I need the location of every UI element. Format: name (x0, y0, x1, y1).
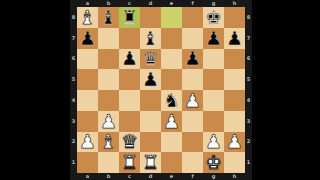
square-f6[interactable]: ♟ (182, 49, 203, 70)
piece-black-bishop[interactable]: ♝ (142, 28, 159, 47)
square-c4[interactable] (119, 90, 140, 111)
square-e3[interactable]: ♟ (161, 111, 182, 132)
file-label-e: e (161, 173, 182, 180)
square-e4[interactable]: ♞ (161, 90, 182, 111)
file-label-a: a (77, 173, 98, 180)
square-a7[interactable]: ♟ (77, 28, 98, 49)
rank-label-3: 3 (245, 111, 252, 132)
piece-white-rook[interactable]: ♜ (121, 153, 138, 172)
square-a3[interactable] (77, 111, 98, 132)
square-g3[interactable] (203, 111, 224, 132)
square-e7[interactable] (161, 28, 182, 49)
file-label-c: c (119, 0, 140, 7)
screenshot-stage: abcdefgh abcdefgh 87654321 87654321 ♝♝♜♚… (0, 0, 320, 180)
file-label-h: h (224, 0, 245, 7)
letterbox-left (0, 0, 70, 180)
piece-white-king[interactable]: ♚ (205, 153, 222, 172)
square-c2[interactable]: ♛ (119, 132, 140, 153)
rank-label-5: 5 (245, 69, 252, 90)
file-labels-bottom: abcdefgh (77, 173, 245, 180)
piece-black-pawn[interactable]: ♟ (226, 28, 243, 47)
square-b6[interactable] (98, 49, 119, 70)
piece-black-pawn[interactable]: ♟ (121, 49, 138, 68)
piece-black-queen[interactable]: ♛ (142, 49, 159, 68)
square-g2[interactable]: ♟ (203, 132, 224, 153)
square-d5[interactable]: ♟ (140, 69, 161, 90)
rank-label-6: 6 (70, 49, 77, 70)
square-f1[interactable] (182, 152, 203, 173)
square-a1[interactable] (77, 152, 98, 173)
piece-black-pawn[interactable]: ♟ (142, 70, 159, 89)
square-a4[interactable] (77, 90, 98, 111)
square-g8[interactable]: ♚ (203, 7, 224, 28)
rank-labels-left: 87654321 (70, 7, 77, 173)
rank-label-4: 4 (245, 90, 252, 111)
square-h1[interactable] (224, 152, 245, 173)
square-c1[interactable]: ♜ (119, 152, 140, 173)
square-e2[interactable] (161, 132, 182, 153)
square-a8[interactable]: ♝ (77, 7, 98, 28)
square-b2[interactable]: ♝ (98, 132, 119, 153)
rank-label-2: 2 (245, 132, 252, 153)
piece-white-pawn[interactable]: ♟ (226, 132, 243, 151)
rank-labels-right: 87654321 (245, 7, 252, 173)
file-labels-top: abcdefgh (77, 0, 245, 7)
square-b5[interactable] (98, 69, 119, 90)
square-c8[interactable]: ♜ (119, 7, 140, 28)
square-c3[interactable] (119, 111, 140, 132)
square-e5[interactable] (161, 69, 182, 90)
rank-label-8: 8 (70, 7, 77, 28)
piece-white-rook[interactable]: ♜ (142, 153, 159, 172)
square-b8[interactable]: ♝ (98, 7, 119, 28)
piece-black-rook[interactable]: ♜ (121, 7, 138, 26)
square-f3[interactable] (182, 111, 203, 132)
file-label-d: d (140, 173, 161, 180)
file-label-d: d (140, 0, 161, 7)
square-c7[interactable] (119, 28, 140, 49)
square-h4[interactable] (224, 90, 245, 111)
piece-white-bishop[interactable]: ♝ (79, 7, 96, 26)
square-d3[interactable] (140, 111, 161, 132)
rank-label-7: 7 (70, 28, 77, 49)
square-d4[interactable] (140, 90, 161, 111)
square-b4[interactable] (98, 90, 119, 111)
square-d7[interactable]: ♝ (140, 28, 161, 49)
piece-black-king[interactable]: ♚ (205, 7, 222, 26)
square-g7[interactable]: ♟ (203, 28, 224, 49)
square-h5[interactable] (224, 69, 245, 90)
rank-label-2: 2 (70, 132, 77, 153)
rank-label-6: 6 (245, 49, 252, 70)
square-b1[interactable] (98, 152, 119, 173)
piece-white-queen[interactable]: ♛ (121, 132, 138, 151)
letterbox-right (252, 0, 320, 180)
square-e6[interactable] (161, 49, 182, 70)
chess-board: abcdefgh abcdefgh 87654321 87654321 ♝♝♜♚… (70, 0, 252, 180)
file-label-g: g (203, 0, 224, 7)
square-a5[interactable] (77, 69, 98, 90)
rank-label-4: 4 (70, 90, 77, 111)
file-label-f: f (182, 173, 203, 180)
piece-black-knight[interactable]: ♞ (163, 90, 180, 109)
square-e8[interactable] (161, 7, 182, 28)
square-g6[interactable] (203, 49, 224, 70)
file-label-f: f (182, 0, 203, 7)
square-b3[interactable]: ♟ (98, 111, 119, 132)
square-b7[interactable] (98, 28, 119, 49)
piece-black-bishop[interactable]: ♝ (100, 7, 117, 26)
square-c6[interactable]: ♟ (119, 49, 140, 70)
file-label-a: a (77, 0, 98, 7)
square-f7[interactable] (182, 28, 203, 49)
square-a2[interactable]: ♟ (77, 132, 98, 153)
rank-label-8: 8 (245, 7, 252, 28)
rank-label-7: 7 (245, 28, 252, 49)
file-label-c: c (119, 173, 140, 180)
square-g5[interactable] (203, 69, 224, 90)
square-d1[interactable]: ♜ (140, 152, 161, 173)
piece-black-pawn[interactable]: ♟ (79, 28, 96, 47)
square-e1[interactable] (161, 152, 182, 173)
square-a6[interactable] (77, 49, 98, 70)
board-squares: ♝♝♜♚♟♝♟♟♟♛♟♟♞♟♟♟♟♝♛♟♟♜♜♚ (77, 7, 245, 173)
square-h2[interactable]: ♟ (224, 132, 245, 153)
file-label-g: g (203, 173, 224, 180)
square-f2[interactable] (182, 132, 203, 153)
square-f5[interactable] (182, 69, 203, 90)
square-d2[interactable] (140, 132, 161, 153)
square-h8[interactable] (224, 7, 245, 28)
piece-white-pawn[interactable]: ♟ (79, 132, 96, 151)
piece-white-pawn[interactable]: ♟ (184, 90, 201, 109)
square-g4[interactable] (203, 90, 224, 111)
piece-white-pawn[interactable]: ♟ (100, 111, 117, 130)
square-h3[interactable] (224, 111, 245, 132)
rank-label-3: 3 (70, 111, 77, 132)
piece-white-pawn[interactable]: ♟ (163, 111, 180, 130)
square-d8[interactable] (140, 7, 161, 28)
square-h7[interactable]: ♟ (224, 28, 245, 49)
square-g1[interactable]: ♚ (203, 152, 224, 173)
rank-label-1: 1 (245, 152, 252, 173)
piece-black-pawn[interactable]: ♟ (184, 49, 201, 68)
piece-white-pawn[interactable]: ♟ (205, 132, 222, 151)
square-d6[interactable]: ♛ (140, 49, 161, 70)
rank-label-1: 1 (70, 152, 77, 173)
file-label-b: b (98, 0, 119, 7)
square-f4[interactable]: ♟ (182, 90, 203, 111)
file-label-b: b (98, 173, 119, 180)
piece-white-bishop[interactable]: ♝ (100, 132, 117, 151)
piece-black-pawn[interactable]: ♟ (205, 28, 222, 47)
square-c5[interactable] (119, 69, 140, 90)
file-label-h: h (224, 173, 245, 180)
file-label-e: e (161, 0, 182, 7)
rank-label-5: 5 (70, 69, 77, 90)
square-h6[interactable] (224, 49, 245, 70)
square-f8[interactable] (182, 7, 203, 28)
